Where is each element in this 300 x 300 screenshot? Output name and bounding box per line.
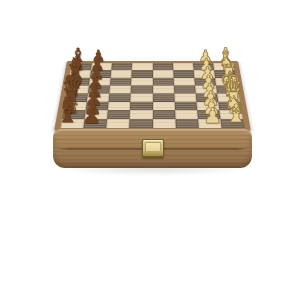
brass-clasp	[142, 139, 164, 157]
board-square-f2	[175, 110, 198, 119]
board-square-f1	[175, 119, 198, 128]
board-square-e2	[153, 110, 176, 119]
board-square-f7	[173, 70, 194, 77]
board-square-d8	[132, 63, 152, 70]
board-square-f4	[174, 93, 196, 101]
board-square-d7	[132, 70, 153, 77]
board-square-d5	[131, 85, 152, 93]
board-square-d3	[130, 102, 152, 111]
board-square-d6	[131, 78, 152, 86]
brass-clasp-plate	[145, 142, 161, 152]
chess-piece-white-pawn-g1[interactable]: ♟	[202, 105, 223, 126]
board-square-d4	[131, 93, 153, 101]
board-square-c4	[109, 93, 131, 101]
board-square-e1	[153, 119, 176, 128]
board-square-f5	[174, 85, 196, 93]
board-square-e5	[153, 85, 174, 93]
board-square-e8	[153, 63, 173, 70]
board-square-f8	[173, 63, 194, 70]
board-square-c2	[107, 110, 130, 119]
board-square-c7	[111, 70, 132, 77]
board-square-e7	[153, 70, 174, 77]
board-square-d2	[130, 110, 153, 119]
board-square-f6	[173, 78, 194, 86]
board-square-c1	[106, 119, 129, 128]
board-square-c5	[110, 85, 132, 93]
board-square-c6	[110, 78, 131, 86]
chess-piece-white-bishop-h1[interactable]: ♝	[224, 101, 249, 126]
board-square-c8	[112, 63, 133, 70]
board-square-e3	[153, 102, 175, 111]
board-square-d1	[129, 119, 152, 128]
board-square-c3	[108, 102, 131, 111]
chess-piece-black-pawn-b1[interactable]: ♟	[81, 105, 102, 126]
board-square-e4	[153, 93, 175, 101]
chess-set-photo: ♝♞♜♛♚♜♞♝♟♟♟♟♟♟♟♟♟♟♟♟♟♟♟♟♝♞♜♛♚♜♞♝	[0, 0, 300, 300]
board-square-e6	[153, 78, 174, 86]
chess-piece-black-bishop-a1[interactable]: ♝	[55, 101, 80, 126]
board-square-f3	[174, 102, 197, 111]
